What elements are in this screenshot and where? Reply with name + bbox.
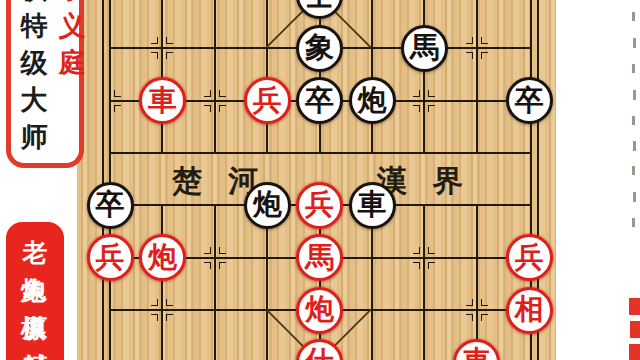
clipped-edge-text-fragment	[632, 166, 635, 175]
piece-black-卒[interactable]: 卒	[87, 182, 134, 229]
point-marker	[428, 90, 435, 97]
point-marker	[204, 262, 211, 269]
piece-red-相[interactable]: 相	[506, 287, 553, 334]
piece-red-兵[interactable]: 兵	[244, 77, 291, 124]
point-marker	[481, 299, 488, 306]
point-marker	[114, 90, 121, 97]
piece-black-車[interactable]: 車	[349, 182, 396, 229]
point-marker	[166, 37, 173, 44]
point-marker	[204, 105, 211, 112]
clipped-edge-text-fragment	[629, 298, 640, 315]
point-marker	[413, 247, 420, 254]
right-panel: 布局艺术 每日 更新 欢迎 关注	[556, 0, 640, 360]
point-marker	[481, 37, 488, 44]
piece-red-炮[interactable]: 炮	[139, 234, 186, 281]
point-marker	[466, 314, 473, 321]
point-marker	[204, 247, 211, 254]
point-marker	[114, 105, 121, 112]
piece-red-炮[interactable]: 炮	[296, 287, 343, 334]
channel-text-row: 象棋	[6, 272, 64, 310]
channel-text-row: 老炮	[6, 234, 64, 272]
point-marker	[151, 299, 158, 306]
piece-black-象[interactable]: 象	[296, 25, 343, 72]
point-marker	[151, 37, 158, 44]
point-marker	[481, 314, 488, 321]
grandmaster-title-text: 棋特级大师	[19, 0, 49, 155]
piece-black-炮[interactable]: 炮	[349, 77, 396, 124]
clipped-edge-text-fragment	[633, 90, 636, 100]
point-marker	[428, 247, 435, 254]
channel-text-row: 精品	[6, 348, 64, 360]
xiangqi-board: 楚河 漢界 士象馬卒炮卒卒炮車車兵兵兵炮馬兵炮相仕車	[77, 0, 556, 360]
clipped-edge-text-fragment	[629, 344, 640, 360]
board-cell	[216, 311, 268, 360]
point-marker	[428, 105, 435, 112]
point-marker	[466, 37, 473, 44]
point-marker	[481, 52, 488, 59]
point-marker	[151, 314, 158, 321]
piece-red-馬[interactable]: 馬	[296, 234, 343, 281]
point-marker	[166, 299, 173, 306]
piece-black-卒[interactable]: 卒	[296, 77, 343, 124]
point-marker	[413, 262, 420, 269]
clipped-edge-text-fragment	[632, 64, 635, 73]
channel-box: 老炮 象棋 原创 精品	[6, 222, 64, 360]
point-marker	[219, 90, 226, 97]
point-marker	[413, 105, 420, 112]
point-marker	[219, 247, 226, 254]
board-cell	[373, 311, 425, 360]
piece-red-兵[interactable]: 兵	[87, 234, 134, 281]
clipped-edge-text-fragment	[630, 321, 640, 338]
piece-black-卒[interactable]: 卒	[506, 77, 553, 124]
point-marker	[219, 105, 226, 112]
left-panel: 棋特级大师 李义庭 老炮 象棋 原创 精品	[0, 0, 77, 360]
piece-black-馬[interactable]: 馬	[401, 25, 448, 72]
clipped-edge-text-fragment	[633, 141, 636, 151]
grandmaster-name-box: 棋特级大师 李义庭	[6, 0, 84, 168]
point-marker	[466, 299, 473, 306]
piece-red-車[interactable]: 車	[139, 77, 186, 124]
point-marker	[466, 52, 473, 59]
piece-red-兵[interactable]: 兵	[506, 234, 553, 281]
piece-black-炮[interactable]: 炮	[244, 182, 291, 229]
grandmaster-name-text: 李义庭	[57, 0, 87, 81]
point-marker	[413, 90, 420, 97]
clipped-edge-text-fragment	[632, 218, 635, 227]
clipped-edge-text-fragment	[633, 38, 636, 48]
point-marker	[428, 262, 435, 269]
point-marker	[151, 52, 158, 59]
video-frame: 楚河 漢界 士象馬卒炮卒卒炮車車兵兵兵炮馬兵炮相仕車 棋特级大师 李义庭 老炮 …	[0, 0, 640, 360]
channel-text-row: 原创	[6, 310, 64, 348]
piece-red-兵[interactable]: 兵	[296, 182, 343, 229]
point-marker	[219, 262, 226, 269]
clipped-edge-text-fragment	[633, 192, 636, 202]
clipped-edge-text-fragment	[632, 116, 635, 125]
point-marker	[166, 52, 173, 59]
point-marker	[204, 90, 211, 97]
point-marker	[166, 314, 173, 321]
board-cell	[216, 0, 268, 49]
clipped-edge-text-fragment	[632, 12, 635, 21]
